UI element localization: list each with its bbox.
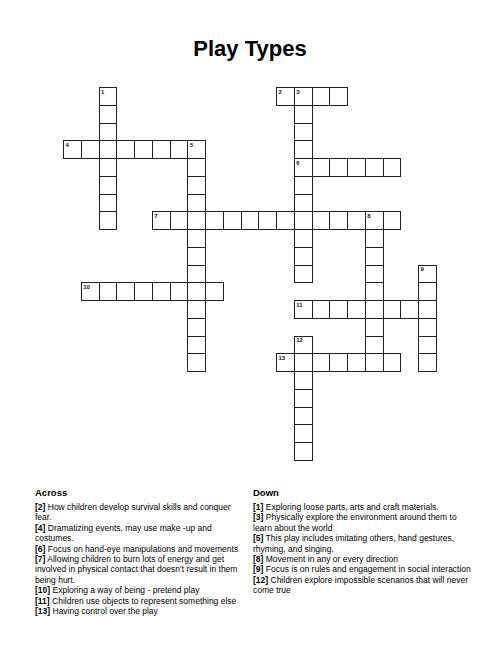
grid-cell[interactable]: 8 bbox=[365, 211, 384, 230]
grid-cell[interactable] bbox=[294, 407, 313, 426]
clue-number: 11 bbox=[296, 302, 302, 308]
grid-cell[interactable] bbox=[187, 194, 206, 213]
grid-cell[interactable] bbox=[170, 282, 189, 301]
grid-cell[interactable]: 5 bbox=[187, 140, 206, 159]
grid-cell[interactable] bbox=[187, 336, 206, 355]
grid-cell[interactable] bbox=[187, 318, 206, 337]
clue-item: [10] Exploring a way of being - pretend … bbox=[35, 585, 249, 595]
clue-number: 9 bbox=[421, 266, 424, 272]
grid-cell[interactable] bbox=[294, 265, 313, 284]
clue-item: [4] Dramatizing events, may use make -up… bbox=[35, 523, 249, 544]
grid-cell[interactable] bbox=[418, 318, 437, 337]
grid-cell[interactable] bbox=[116, 282, 135, 301]
grid-cell[interactable]: 6 bbox=[294, 158, 313, 177]
clue-number: 7 bbox=[154, 213, 157, 219]
grid-cell[interactable] bbox=[294, 389, 313, 408]
grid-cell[interactable] bbox=[312, 87, 331, 106]
grid-cell[interactable] bbox=[187, 265, 206, 284]
clue-item: [7] Allowing children to burn lots of en… bbox=[35, 554, 249, 585]
grid-cell[interactable] bbox=[365, 265, 384, 284]
clue-item: [9] Focus is on rules and engagement in … bbox=[253, 564, 471, 574]
clue-item: [11] Children use objects to represent s… bbox=[35, 596, 249, 606]
clue-number: 6 bbox=[296, 160, 299, 166]
grid-cell[interactable] bbox=[152, 282, 171, 301]
grid-cell[interactable] bbox=[187, 229, 206, 248]
grid-cell[interactable] bbox=[187, 158, 206, 177]
grid-cell[interactable]: 9 bbox=[418, 265, 437, 284]
grid-cell[interactable] bbox=[400, 300, 419, 319]
grid-cell[interactable] bbox=[383, 353, 402, 372]
clue-number: 12 bbox=[296, 337, 303, 343]
grid-cell[interactable] bbox=[99, 282, 118, 301]
grid-cell[interactable] bbox=[99, 123, 118, 142]
clue-item: [12] Children explore impossible scenari… bbox=[253, 575, 471, 596]
grid-cell[interactable] bbox=[170, 140, 189, 159]
clue-number: 4 bbox=[66, 142, 69, 148]
grid-cell[interactable] bbox=[383, 158, 402, 177]
clue-number: 2 bbox=[279, 89, 282, 95]
grid-cell[interactable]: 3 bbox=[294, 87, 313, 106]
clue-item: [5] This play includes imitating others,… bbox=[253, 533, 471, 554]
clue-number: 5 bbox=[190, 142, 193, 148]
clue-item: [2] How children develop survival skills… bbox=[35, 502, 249, 523]
grid-cell[interactable] bbox=[294, 442, 313, 461]
clue-number: 10 bbox=[83, 284, 90, 290]
grid-cell[interactable]: 11 bbox=[294, 300, 313, 319]
grid-cell[interactable] bbox=[365, 282, 384, 301]
grid-cell[interactable]: 10 bbox=[81, 282, 100, 301]
grid-cell[interactable] bbox=[418, 300, 437, 319]
grid-cell[interactable] bbox=[294, 176, 313, 195]
grid-cell[interactable] bbox=[312, 158, 331, 177]
grid-cell[interactable] bbox=[294, 194, 313, 213]
grid-cell[interactable]: 2 bbox=[276, 87, 295, 106]
grid-cell[interactable] bbox=[187, 247, 206, 266]
grid-cell[interactable] bbox=[134, 282, 153, 301]
down-clue-list: [1] Exploring loose parts, arts and craf… bbox=[253, 502, 471, 596]
grid-cell[interactable] bbox=[99, 140, 118, 159]
grid-cell[interactable] bbox=[365, 229, 384, 248]
grid-cell[interactable] bbox=[418, 282, 437, 301]
grid-cell[interactable] bbox=[347, 158, 366, 177]
grid-cell[interactable]: 13 bbox=[276, 353, 295, 372]
grid-cell[interactable] bbox=[241, 211, 260, 230]
clue-item: [1] Exploring loose parts, arts and craf… bbox=[253, 502, 471, 512]
grid-cell[interactable] bbox=[294, 247, 313, 266]
grid-cell[interactable] bbox=[205, 282, 224, 301]
grid-cell[interactable] bbox=[329, 211, 348, 230]
across-heading: Across bbox=[35, 487, 249, 498]
crossword-page: Play Types 12345678910111213 Across [2] … bbox=[0, 0, 500, 647]
grid-cell[interactable] bbox=[170, 211, 189, 230]
grid-cell[interactable] bbox=[187, 300, 206, 319]
grid-cell[interactable] bbox=[383, 211, 402, 230]
page-title: Play Types bbox=[0, 36, 500, 62]
across-clues: Across [2] How children develop survival… bbox=[35, 487, 249, 616]
clue-item: [3] Physically explore the environment a… bbox=[253, 512, 471, 533]
clue-number: 13 bbox=[279, 355, 286, 361]
grid-cell[interactable] bbox=[205, 211, 224, 230]
grid-cell[interactable] bbox=[365, 318, 384, 337]
grid-cell[interactable] bbox=[329, 158, 348, 177]
grid-cell[interactable] bbox=[329, 87, 348, 106]
grid-cell[interactable] bbox=[187, 353, 206, 372]
grid-cell[interactable] bbox=[294, 371, 313, 390]
grid-cell[interactable] bbox=[187, 211, 206, 230]
grid-cell[interactable] bbox=[347, 353, 366, 372]
grid-cell[interactable]: 1 bbox=[99, 87, 118, 106]
grid-cell[interactable] bbox=[312, 211, 331, 230]
clue-number: 1 bbox=[101, 89, 104, 95]
grid-cell[interactable] bbox=[294, 140, 313, 159]
clue-item: [6] Focus on hand-eye manipulations and … bbox=[35, 544, 249, 554]
grid-cell[interactable] bbox=[365, 353, 384, 372]
grid-cell[interactable] bbox=[365, 247, 384, 266]
grid-cell[interactable] bbox=[99, 176, 118, 195]
grid-cell[interactable] bbox=[187, 282, 206, 301]
grid-cell[interactable] bbox=[294, 424, 313, 443]
clue-number: 8 bbox=[367, 213, 370, 219]
grid-cell[interactable] bbox=[365, 158, 384, 177]
grid-cell[interactable] bbox=[294, 123, 313, 142]
grid-cell[interactable]: 7 bbox=[152, 211, 171, 230]
grid-cell[interactable] bbox=[276, 211, 295, 230]
grid-cell[interactable] bbox=[347, 300, 366, 319]
grid-cell[interactable] bbox=[134, 140, 153, 159]
grid-cell[interactable] bbox=[294, 211, 313, 230]
grid-cell[interactable] bbox=[294, 353, 313, 372]
grid-cell[interactable] bbox=[81, 140, 100, 159]
grid-cell[interactable] bbox=[294, 229, 313, 248]
grid-cell[interactable] bbox=[223, 211, 242, 230]
clue-item: [8] Movement in any or every direction bbox=[253, 554, 471, 564]
grid-cell[interactable] bbox=[365, 336, 384, 355]
grid-cell[interactable]: 12 bbox=[294, 336, 313, 355]
grid-cell[interactable] bbox=[99, 194, 118, 213]
grid-cell[interactable] bbox=[312, 300, 331, 319]
grid-cell[interactable] bbox=[383, 300, 402, 319]
down-clues: Down [1] Exploring loose parts, arts and… bbox=[253, 487, 471, 596]
grid-cell[interactable] bbox=[365, 300, 384, 319]
clue-item: [13] Having control over the play bbox=[35, 606, 249, 616]
grid-cell[interactable] bbox=[99, 158, 118, 177]
grid-cell[interactable] bbox=[187, 176, 206, 195]
grid-cell[interactable] bbox=[152, 140, 171, 159]
grid-cell[interactable] bbox=[418, 336, 437, 355]
down-heading: Down bbox=[253, 487, 471, 498]
grid-cell[interactable] bbox=[329, 300, 348, 319]
clue-number: 3 bbox=[296, 89, 299, 95]
grid-cell[interactable] bbox=[99, 105, 118, 124]
grid-cell[interactable]: 4 bbox=[63, 140, 82, 159]
across-clue-list: [2] How children develop survival skills… bbox=[35, 502, 249, 616]
grid-cell[interactable] bbox=[312, 353, 331, 372]
grid-cell[interactable] bbox=[329, 353, 348, 372]
grid-cell[interactable] bbox=[116, 140, 135, 159]
grid-cell[interactable] bbox=[99, 211, 118, 230]
grid-cell[interactable] bbox=[418, 353, 437, 372]
grid-cell[interactable] bbox=[258, 211, 277, 230]
crossword-grid[interactable]: 12345678910111213 bbox=[63, 87, 437, 461]
grid-cell[interactable] bbox=[347, 211, 366, 230]
grid-cell[interactable] bbox=[294, 105, 313, 124]
